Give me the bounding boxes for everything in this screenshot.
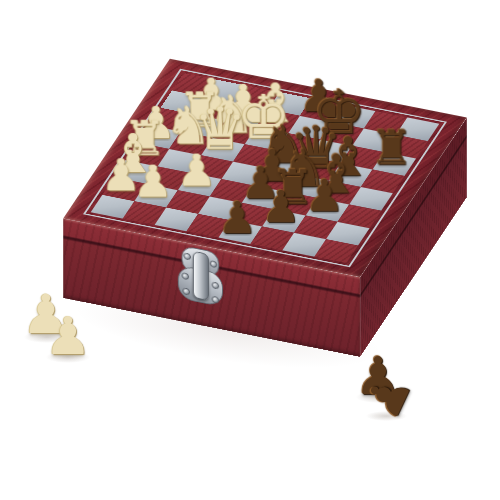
light-pawn-b2: ♟ xyxy=(123,162,183,199)
metal-clasp-latch xyxy=(174,244,225,308)
dark-pawn-e1: ♟ xyxy=(208,199,268,236)
latch-screw xyxy=(182,272,190,280)
light-pawn-floor-2: ♟ xyxy=(36,314,100,358)
chess-gift-box: ♟♟♟♝♚♜♞♚♜♟♞♛♞♛♝♜♟♞♝♝♟♟♜♟♟♟♟♟ xyxy=(63,59,467,278)
chess-box-product-photo: ♟♟♟♝♚♜♞♚♜♟♞♛♞♛♝♜♟♞♝♝♟♟♜♟♟♟♟♟ ♟♟♟♟ xyxy=(0,0,500,500)
